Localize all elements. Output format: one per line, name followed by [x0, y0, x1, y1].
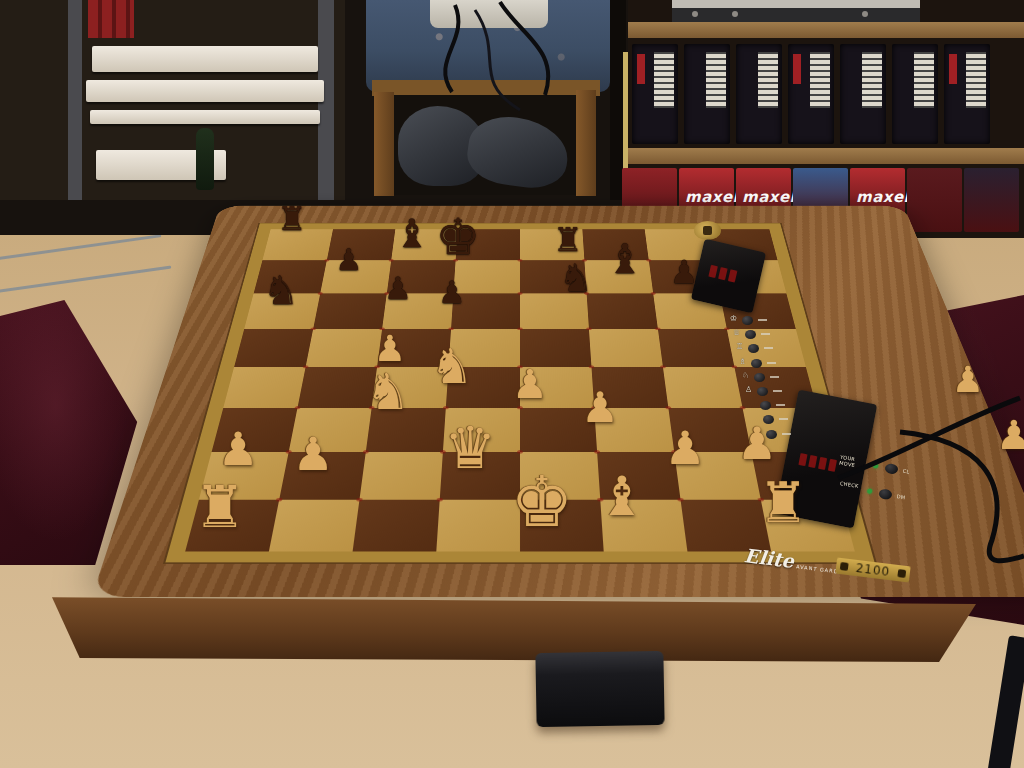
piece-black-P-c7[interactable]: ♟ [384, 273, 412, 304]
power-adapter-box [430, 0, 548, 28]
piece-black-R-a8[interactable]: ♜ [277, 202, 307, 235]
square-g4 [663, 367, 743, 408]
panel-button-4[interactable] [751, 359, 762, 368]
shelf-board [628, 148, 1024, 164]
binder-stack [90, 110, 320, 124]
corner-led [651, 292, 656, 295]
corner-led [589, 365, 595, 368]
piece-black-N-a6[interactable]: ♞ [263, 270, 299, 310]
panel-button-label [761, 333, 770, 335]
bottle [196, 128, 214, 190]
square-a5 [234, 329, 313, 367]
square-a4 [223, 367, 305, 408]
square-d1 [436, 500, 520, 552]
stool-leg [576, 90, 596, 196]
piece-white-P-e4[interactable]: ♟ [512, 364, 548, 404]
vhs-tape [788, 44, 834, 144]
corner-led [586, 327, 591, 330]
knight-icon: ♘ [742, 372, 749, 380]
piece-black-P-g7[interactable]: ♟ [670, 256, 699, 288]
pawn-icon: ♙ [745, 386, 752, 394]
captured-white-P[interactable]: ♟ [952, 362, 984, 398]
piece-black-K-d8[interactable]: ♚ [436, 212, 481, 262]
piece-black-R-e8[interactable]: ♜ [553, 223, 583, 256]
corner-led [660, 365, 666, 368]
binder-stack [92, 46, 318, 72]
rook-icon: ♖ [736, 343, 743, 351]
corner-led [655, 327, 661, 330]
vhs-tape [840, 44, 886, 144]
corner-led [517, 450, 523, 453]
piece-white-P-h2[interactable]: ♟ [737, 421, 777, 466]
vhs-tape [944, 44, 990, 144]
square-f5 [589, 329, 663, 367]
stool-leg [374, 92, 394, 196]
fidelity-emblem [694, 221, 721, 240]
tape-shelf-unit: maxellmaxellmaxell [628, 0, 1024, 238]
model-number: 2100 [855, 561, 891, 579]
stool-rail [372, 80, 600, 96]
shelf-board [628, 22, 1024, 38]
corner-led [739, 406, 745, 409]
square-b5 [306, 329, 383, 367]
cl-button[interactable] [884, 463, 898, 475]
corner-led [665, 406, 671, 409]
panel-button-5[interactable] [754, 373, 765, 382]
piece-white-P-b2[interactable]: ♟ [292, 431, 333, 477]
piece-white-Q-d2[interactable]: ♛ [444, 419, 496, 477]
cl-label: CL [902, 468, 910, 475]
binder-stack [86, 80, 324, 102]
corner-led [517, 327, 522, 330]
tape-box [964, 168, 1019, 232]
hifi-equipment [672, 0, 920, 22]
tape-box [907, 168, 962, 232]
square-c2 [359, 452, 442, 500]
piece-white-R-a1[interactable]: ♜ [194, 478, 246, 536]
king-icon: ♔ [730, 315, 737, 323]
check-label: CHECK [840, 480, 859, 489]
photo-scene: maxellmaxellmaxell ♔♕♖♗♘♙ YOUR MOVE CL C… [0, 0, 1024, 768]
dm-label: DM [896, 493, 906, 500]
panel-button-label [782, 433, 791, 435]
piece-black-P-d7[interactable]: ♟ [438, 277, 466, 308]
piece-black-B-c8[interactable]: ♝ [395, 214, 430, 253]
bishop-icon: ♗ [739, 358, 746, 366]
panel-button-label [758, 319, 767, 321]
panel-button-6[interactable] [757, 387, 768, 396]
panel-button-label [773, 390, 782, 392]
panel-button-label [764, 347, 773, 349]
dm-button[interactable] [878, 488, 892, 500]
captured-white-P[interactable]: ♟ [996, 415, 1024, 455]
piece-white-P-a2[interactable]: ♟ [217, 426, 258, 472]
red-book-spines [88, 0, 134, 38]
piece-white-P-g2[interactable]: ♟ [664, 425, 705, 471]
square-b1 [269, 500, 360, 552]
square-c1 [353, 500, 440, 552]
your-move-label: YOUR MOVE [839, 454, 871, 471]
panel-button-label [776, 404, 785, 406]
vhs-tape [684, 44, 730, 144]
square-f6 [587, 293, 658, 328]
panel-button-1[interactable] [742, 316, 753, 325]
square-g5 [658, 329, 735, 367]
panel-button-label [770, 376, 779, 378]
piece-white-N-d4[interactable]: ♞ [430, 342, 473, 390]
corner-led [517, 292, 522, 295]
corner-led [594, 450, 600, 453]
your-move-led [873, 463, 879, 469]
vhs-tape [892, 44, 938, 144]
piece-black-B-f8[interactable]: ♝ [607, 239, 644, 280]
piece-white-B-f1[interactable]: ♝ [598, 470, 646, 524]
bookshelf-cabinet [0, 0, 345, 200]
queen-icon: ♕ [733, 329, 740, 337]
corner-led [677, 498, 684, 502]
vhs-tape [736, 44, 782, 144]
panel-button-label [767, 362, 776, 364]
corner-led [646, 259, 651, 261]
piece-black-N-f7[interactable]: ♞ [559, 259, 593, 297]
vhs-tape [632, 44, 678, 144]
piece-white-N-c4[interactable]: ♞ [366, 367, 411, 417]
board-front-edge [52, 596, 976, 662]
corner-led [724, 327, 730, 330]
black-module-box [535, 651, 664, 727]
piece-black-P-b7[interactable]: ♟ [336, 245, 363, 275]
room-background: maxellmaxellmaxell [0, 0, 1024, 235]
corner-led [731, 365, 737, 368]
panel-button-label [779, 418, 788, 420]
piece-white-P-f3[interactable]: ♟ [581, 387, 619, 429]
square-b6 [313, 293, 387, 328]
corner-led [518, 259, 523, 261]
cabinet-post [68, 0, 82, 200]
piece-white-K-e1[interactable]: ♚ [511, 467, 574, 537]
piece-white-R-h1[interactable]: ♜ [758, 475, 808, 531]
check-led [867, 488, 873, 494]
